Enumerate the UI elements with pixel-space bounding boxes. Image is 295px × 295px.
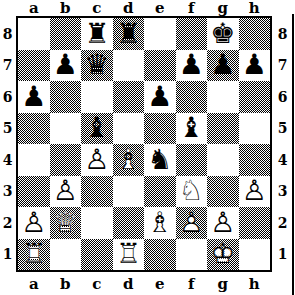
piece-outline: ♙ (207, 207, 239, 239)
piece-white-pawn[interactable]: ♟♙ (207, 207, 239, 239)
square-f3[interactable]: ♞♘ (176, 176, 208, 208)
rank-label-6: 6 (275, 81, 290, 113)
square-b8[interactable] (50, 18, 82, 50)
square-e7[interactable] (144, 50, 176, 82)
rank-label-3: 3 (0, 176, 15, 208)
square-c8[interactable]: ♜ (81, 18, 113, 50)
piece-white-rook[interactable]: ♜♖ (18, 239, 50, 271)
piece-outline: ♔ (207, 239, 239, 271)
piece-white-pawn[interactable]: ♟♙ (18, 207, 50, 239)
square-b4[interactable] (50, 144, 82, 176)
rank-label-3: 3 (275, 176, 290, 208)
square-h5[interactable] (239, 113, 271, 145)
piece-outline: ♙ (81, 144, 113, 176)
square-a2[interactable]: ♟♙ (18, 207, 50, 239)
piece-white-knight[interactable]: ♞♘ (176, 176, 208, 208)
square-b3[interactable]: ♟♙ (50, 176, 82, 208)
square-e4[interactable]: ♞ (144, 144, 176, 176)
rank-label-1: 1 (275, 239, 290, 271)
piece-outline: ♙ (176, 207, 208, 239)
square-a7[interactable] (18, 50, 50, 82)
square-d7[interactable] (113, 50, 145, 82)
square-d3[interactable] (113, 176, 145, 208)
square-h4[interactable] (239, 144, 271, 176)
square-f4[interactable] (176, 144, 208, 176)
square-b7[interactable]: ♟ (50, 50, 82, 82)
piece-black-pawn[interactable]: ♟ (207, 50, 239, 82)
piece-outline: ♙ (239, 176, 271, 208)
piece-black-pawn[interactable]: ♟ (239, 50, 271, 82)
rank-label-8: 8 (0, 18, 15, 50)
chess-diagram: abcdefgh 87654321 ♜♜♚♟♛♟♟♟♟♟♝♝♟♙♝♗♞♟♙♞♘♟… (0, 0, 295, 295)
square-d5[interactable] (113, 113, 145, 145)
piece-black-king[interactable]: ♚ (207, 18, 239, 50)
piece-outline: ♙ (50, 176, 82, 208)
rank-label-5: 5 (275, 113, 290, 145)
square-c5[interactable]: ♝ (81, 113, 113, 145)
square-a1[interactable]: ♜♖ (18, 239, 50, 271)
square-g1[interactable]: ♚♔ (207, 239, 239, 271)
square-a3[interactable] (18, 176, 50, 208)
piece-white-pawn[interactable]: ♟♙ (50, 176, 82, 208)
square-c4[interactable]: ♟♙ (81, 144, 113, 176)
file-label-g: g (207, 276, 239, 292)
piece-black-bishop[interactable]: ♝ (81, 113, 113, 145)
piece-outline: ♕ (50, 207, 82, 239)
square-f6[interactable] (176, 81, 208, 113)
piece-outline: ♖ (113, 239, 145, 271)
file-label-a: a (18, 0, 50, 16)
square-g5[interactable] (207, 113, 239, 145)
square-g2[interactable]: ♟♙ (207, 207, 239, 239)
chess-board: ♜♜♚♟♛♟♟♟♟♟♝♝♟♙♝♗♞♟♙♞♘♟♙♟♙♛♕♝♗♟♙♟♙♜♖♜♖♚♔ (16, 16, 272, 272)
file-label-h: h (239, 276, 271, 292)
piece-white-queen[interactable]: ♛♕ (50, 207, 82, 239)
square-h8[interactable] (239, 18, 271, 50)
square-f8[interactable] (176, 18, 208, 50)
square-h3[interactable]: ♟♙ (239, 176, 271, 208)
rank-label-1: 1 (0, 239, 15, 271)
rank-labels-left: 87654321 (0, 18, 15, 270)
piece-black-pawn[interactable]: ♟ (144, 81, 176, 113)
square-e8[interactable] (144, 18, 176, 50)
square-c1[interactable] (81, 239, 113, 271)
square-c6[interactable] (81, 81, 113, 113)
file-label-e: e (144, 276, 176, 292)
piece-white-pawn[interactable]: ♟♙ (239, 176, 271, 208)
square-f1[interactable] (176, 239, 208, 271)
square-d2[interactable] (113, 207, 145, 239)
piece-white-bishop[interactable]: ♝♗ (144, 207, 176, 239)
square-h6[interactable] (239, 81, 271, 113)
square-a5[interactable] (18, 113, 50, 145)
square-c3[interactable] (81, 176, 113, 208)
file-label-g: g (207, 0, 239, 16)
square-e5[interactable] (144, 113, 176, 145)
square-e1[interactable] (144, 239, 176, 271)
file-label-b: b (50, 0, 82, 16)
window-edge-divider (292, 14, 294, 295)
square-a8[interactable] (18, 18, 50, 50)
square-b2[interactable]: ♛♕ (50, 207, 82, 239)
square-c2[interactable] (81, 207, 113, 239)
square-d6[interactable] (113, 81, 145, 113)
rank-label-5: 5 (0, 113, 15, 145)
file-label-a: a (18, 276, 50, 292)
square-c7[interactable]: ♛ (81, 50, 113, 82)
file-label-h: h (239, 0, 271, 16)
piece-outline: ♙ (18, 207, 50, 239)
file-label-d: d (113, 276, 145, 292)
piece-black-bishop[interactable]: ♝ (176, 113, 208, 145)
rank-label-8: 8 (275, 18, 290, 50)
file-label-e: e (144, 0, 176, 16)
square-g4[interactable] (207, 144, 239, 176)
file-label-c: c (81, 276, 113, 292)
piece-outline: ♗ (144, 207, 176, 239)
file-label-d: d (113, 0, 145, 16)
square-e2[interactable]: ♝♗ (144, 207, 176, 239)
square-f7[interactable]: ♟ (176, 50, 208, 82)
piece-white-pawn[interactable]: ♟♙ (81, 144, 113, 176)
rank-label-7: 7 (275, 50, 290, 82)
square-h1[interactable] (239, 239, 271, 271)
rank-label-2: 2 (0, 207, 15, 239)
file-label-f: f (176, 276, 208, 292)
piece-black-pawn[interactable]: ♟ (50, 50, 82, 82)
rank-label-2: 2 (275, 207, 290, 239)
piece-outline: ♗ (113, 144, 145, 176)
square-g3[interactable] (207, 176, 239, 208)
file-labels-bottom: abcdefgh (18, 276, 270, 292)
square-d4[interactable]: ♝♗ (113, 144, 145, 176)
piece-black-rook[interactable]: ♜ (113, 18, 145, 50)
piece-black-pawn[interactable]: ♟ (176, 50, 208, 82)
piece-white-bishop[interactable]: ♝♗ (113, 144, 145, 176)
rank-labels-right: 87654321 (275, 18, 290, 270)
square-e3[interactable] (144, 176, 176, 208)
file-labels-top: abcdefgh (18, 0, 270, 16)
square-b5[interactable] (50, 113, 82, 145)
square-e6[interactable]: ♟ (144, 81, 176, 113)
rank-label-4: 4 (275, 144, 290, 176)
piece-outline: ♖ (18, 239, 50, 271)
square-d8[interactable]: ♜ (113, 18, 145, 50)
square-f5[interactable]: ♝ (176, 113, 208, 145)
square-g7[interactable]: ♟ (207, 50, 239, 82)
piece-black-queen[interactable]: ♛ (81, 50, 113, 82)
file-label-f: f (176, 0, 208, 16)
square-g6[interactable] (207, 81, 239, 113)
square-a4[interactable] (18, 144, 50, 176)
file-label-c: c (81, 0, 113, 16)
square-d1[interactable]: ♜♖ (113, 239, 145, 271)
rank-label-7: 7 (0, 50, 15, 82)
square-f2[interactable]: ♟♙ (176, 207, 208, 239)
piece-black-knight[interactable]: ♞ (144, 144, 176, 176)
piece-white-king[interactable]: ♚♔ (207, 239, 239, 271)
square-h7[interactable]: ♟ (239, 50, 271, 82)
file-label-b: b (50, 276, 82, 292)
square-a6[interactable]: ♟ (18, 81, 50, 113)
piece-white-rook[interactable]: ♜♖ (113, 239, 145, 271)
piece-black-rook[interactable]: ♜ (81, 18, 113, 50)
square-b1[interactable] (50, 239, 82, 271)
square-h2[interactable] (239, 207, 271, 239)
piece-outline: ♘ (176, 176, 208, 208)
rank-label-4: 4 (0, 144, 15, 176)
piece-black-pawn[interactable]: ♟ (18, 81, 50, 113)
square-b6[interactable] (50, 81, 82, 113)
rank-label-6: 6 (0, 81, 15, 113)
square-g8[interactable]: ♚ (207, 18, 239, 50)
piece-white-pawn[interactable]: ♟♙ (176, 207, 208, 239)
